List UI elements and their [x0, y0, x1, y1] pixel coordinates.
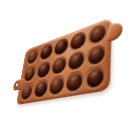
- corner-flap: [106, 22, 124, 42]
- cavity: [69, 30, 87, 53]
- chocolate: [37, 61, 51, 79]
- cavity: [65, 70, 85, 94]
- hang-hole: [15, 82, 18, 87]
- chocolate: [87, 44, 105, 66]
- chocolate: [89, 24, 106, 45]
- chocolate: [34, 80, 48, 98]
- chocolate: [54, 38, 68, 57]
- cavity: [53, 36, 70, 58]
- chocolate: [20, 83, 33, 100]
- cavity: [38, 42, 54, 62]
- product-photo: [0, 0, 130, 130]
- cavity: [25, 47, 39, 66]
- cavity: [36, 59, 52, 80]
- chocolate: [86, 66, 104, 88]
- cavity: [19, 82, 34, 102]
- chocolate: [70, 31, 86, 51]
- cavity: [22, 64, 37, 83]
- chocolate: [66, 71, 83, 91]
- cavity: [84, 64, 106, 90]
- cavity: [33, 78, 49, 99]
- chocolate: [68, 51, 84, 71]
- chocolate: [23, 65, 36, 82]
- cavity: [86, 42, 107, 67]
- cavity: [50, 54, 67, 76]
- chocolate: [26, 49, 38, 65]
- cavity-grid: [19, 21, 108, 102]
- cavity: [87, 22, 107, 47]
- cavity: [67, 49, 86, 73]
- chocolate: [52, 56, 67, 75]
- mold-tray: [16, 17, 112, 105]
- chocolate: [49, 76, 64, 95]
- chocolate: [39, 44, 52, 61]
- cavity: [48, 74, 66, 96]
